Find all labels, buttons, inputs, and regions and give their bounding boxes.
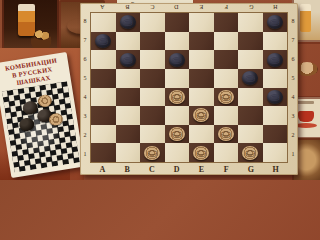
square-b2[interactable]	[116, 125, 141, 144]
file-label-top-e: E	[189, 3, 214, 12]
square-a2[interactable]	[91, 125, 116, 144]
piece-white-man[interactable]: ⛀	[193, 108, 209, 122]
square-d2[interactable]: ⛀	[165, 125, 190, 144]
piece-black-man[interactable]: ⛂	[267, 53, 283, 67]
square-a8[interactable]	[91, 13, 116, 32]
file-label-bottom-c: C	[140, 163, 165, 175]
board-corner	[288, 163, 298, 175]
square-b4[interactable]	[116, 88, 141, 107]
board-bottom-file-labels: ABCDEFGH	[90, 163, 288, 175]
rank-label-right-4: 4	[288, 88, 298, 107]
cappuccino-cup-shape	[296, 62, 318, 76]
piece-black-man[interactable]: ⛂	[242, 71, 258, 85]
rank-label-right-2: 2	[288, 125, 298, 144]
rank-label-left-8: 8	[80, 12, 90, 31]
square-e8[interactable]	[189, 13, 214, 32]
nuts-shape	[34, 30, 50, 40]
rank-label-right-3: 3	[288, 106, 298, 125]
square-a3[interactable]	[91, 106, 116, 125]
piece-white-man[interactable]: ⛀	[169, 90, 185, 104]
square-f4[interactable]: ⛀	[214, 88, 239, 107]
file-label-top-f: F	[214, 3, 239, 12]
rank-label-right-7: 7	[288, 31, 298, 50]
orange-glass-shape	[300, 4, 311, 32]
square-a5[interactable]	[91, 69, 116, 88]
square-a7[interactable]: ⛂	[91, 32, 116, 51]
board-corner	[288, 3, 298, 12]
square-d7[interactable]	[165, 32, 190, 51]
file-label-top-g: G	[239, 3, 264, 12]
square-d1[interactable]	[165, 143, 190, 162]
square-g8[interactable]	[238, 13, 263, 32]
rank-label-left-6: 6	[80, 50, 90, 69]
square-d5[interactable]	[165, 69, 190, 88]
square-c4[interactable]	[140, 88, 165, 107]
square-d4[interactable]: ⛀	[165, 88, 190, 107]
board-corner	[80, 163, 90, 175]
square-c1[interactable]: ⛀	[140, 143, 165, 162]
book-photo-black-piece	[18, 117, 35, 132]
file-label-bottom-g: G	[239, 163, 264, 175]
board-top-file-labels: ABCDEFGH	[90, 3, 288, 12]
square-b5[interactable]	[116, 69, 141, 88]
piece-black-man[interactable]: ⛂	[169, 53, 185, 67]
square-f1[interactable]	[214, 143, 239, 162]
square-d8[interactable]	[165, 13, 190, 32]
square-e6[interactable]	[189, 50, 214, 69]
square-e7[interactable]	[189, 32, 214, 51]
book-opart-pattern	[2, 81, 80, 172]
book-photo-white-piece	[48, 112, 64, 126]
rank-label-right-1: 1	[288, 144, 298, 163]
square-d3[interactable]	[165, 106, 190, 125]
square-h2[interactable]	[263, 125, 288, 144]
rank-label-left-3: 3	[80, 106, 90, 125]
square-h6[interactable]: ⛂	[263, 50, 288, 69]
square-d6[interactable]: ⛂	[165, 50, 190, 69]
coffee-glass-shape	[18, 4, 35, 36]
square-e5[interactable]	[189, 69, 214, 88]
file-label-bottom-h: H	[263, 163, 288, 175]
rank-label-right-6: 6	[288, 50, 298, 69]
square-g5[interactable]: ⛂	[238, 69, 263, 88]
square-h4[interactable]: ⛂	[263, 88, 288, 107]
rank-label-right-5: 5	[288, 69, 298, 88]
square-e1[interactable]: ⛀	[189, 143, 214, 162]
square-g7[interactable]	[238, 32, 263, 51]
square-g1[interactable]: ⛀	[238, 143, 263, 162]
square-f5[interactable]	[214, 69, 239, 88]
square-b6[interactable]: ⛂	[116, 50, 141, 69]
red-cup-shape	[298, 111, 314, 122]
rank-label-left-7: 7	[80, 31, 90, 50]
square-e3[interactable]: ⛀	[189, 106, 214, 125]
piece-black-man[interactable]: ⛂	[95, 34, 111, 48]
square-g6[interactable]	[238, 50, 263, 69]
square-c3[interactable]	[140, 106, 165, 125]
square-h8[interactable]: ⛂	[263, 13, 288, 32]
square-g2[interactable]	[238, 125, 263, 144]
file-label-bottom-b: B	[115, 163, 140, 175]
photo-caption-bar	[297, 101, 314, 104]
file-label-bottom-e: E	[189, 163, 214, 175]
square-h3[interactable]	[263, 106, 288, 125]
rank-label-left-2: 2	[80, 125, 90, 144]
file-label-bottom-d: D	[164, 163, 189, 175]
board-right-rank-labels: 87654321	[288, 12, 298, 163]
square-c5[interactable]	[140, 69, 165, 88]
square-c2[interactable]	[140, 125, 165, 144]
rank-label-left-1: 1	[80, 144, 90, 163]
board-grid: ⛂⛂⛂⛂⛂⛂⛂⛀⛀⛂⛀⛀⛀⛀⛀⛀	[90, 12, 288, 163]
square-f8[interactable]	[214, 13, 239, 32]
piece-black-man[interactable]: ⛂	[120, 15, 136, 29]
rank-label-left-4: 4	[80, 88, 90, 107]
saucer-shape	[295, 123, 317, 128]
square-f3[interactable]	[214, 106, 239, 125]
piece-black-man[interactable]: ⛂	[267, 15, 283, 29]
board-left-rank-labels: 87654321	[80, 12, 90, 163]
file-label-top-b: B	[115, 3, 140, 12]
piece-white-man[interactable]: ⛀	[193, 146, 209, 160]
square-f2[interactable]: ⛀	[214, 125, 239, 144]
square-h7[interactable]	[263, 32, 288, 51]
square-a1[interactable]	[91, 143, 116, 162]
piece-black-man[interactable]: ⛂	[267, 90, 283, 104]
file-label-top-h: H	[263, 3, 288, 12]
piece-black-man[interactable]: ⛂	[120, 53, 136, 67]
book-photo-white-piece	[37, 94, 53, 108]
square-h5[interactable]	[263, 69, 288, 88]
square-e2[interactable]	[189, 125, 214, 144]
piece-white-man[interactable]: ⛀	[169, 127, 185, 141]
file-label-bottom-f: F	[214, 163, 239, 175]
square-e4[interactable]	[189, 88, 214, 107]
checkers-board: ABCDEFGH 87654321 ⛂⛂⛂⛂⛂⛂⛂⛀⛀⛂⛀⛀⛀⛀⛀⛀ 87654…	[80, 3, 298, 175]
square-f7[interactable]	[214, 32, 239, 51]
square-h1[interactable]	[263, 143, 288, 162]
file-label-top-a: A	[90, 3, 115, 12]
piece-white-man[interactable]: ⛀	[144, 146, 160, 160]
book-photo-black-piece	[22, 100, 39, 115]
file-label-bottom-a: A	[90, 163, 115, 175]
square-f6[interactable]	[214, 50, 239, 69]
square-a4[interactable]	[91, 88, 116, 107]
piece-white-man[interactable]: ⛀	[218, 127, 234, 141]
file-label-top-c: C	[140, 3, 165, 12]
square-b1[interactable]	[116, 143, 141, 162]
square-g4[interactable]	[238, 88, 263, 107]
piece-white-man[interactable]: ⛀	[218, 90, 234, 104]
rank-label-left-5: 5	[80, 69, 90, 88]
rank-label-right-8: 8	[288, 12, 298, 31]
file-label-top-d: D	[164, 3, 189, 12]
square-g3[interactable]	[238, 106, 263, 125]
tablecloth-photo-layered-coffee-glass	[2, 0, 59, 50]
square-c6[interactable]	[140, 50, 165, 69]
piece-white-man[interactable]: ⛀	[242, 146, 258, 160]
square-b7[interactable]	[116, 32, 141, 51]
square-c8[interactable]	[140, 13, 165, 32]
board-corner	[80, 3, 90, 12]
square-b8[interactable]: ⛂	[116, 13, 141, 32]
square-c7[interactable]	[140, 32, 165, 51]
square-a6[interactable]	[91, 50, 116, 69]
square-b3[interactable]	[116, 106, 141, 125]
